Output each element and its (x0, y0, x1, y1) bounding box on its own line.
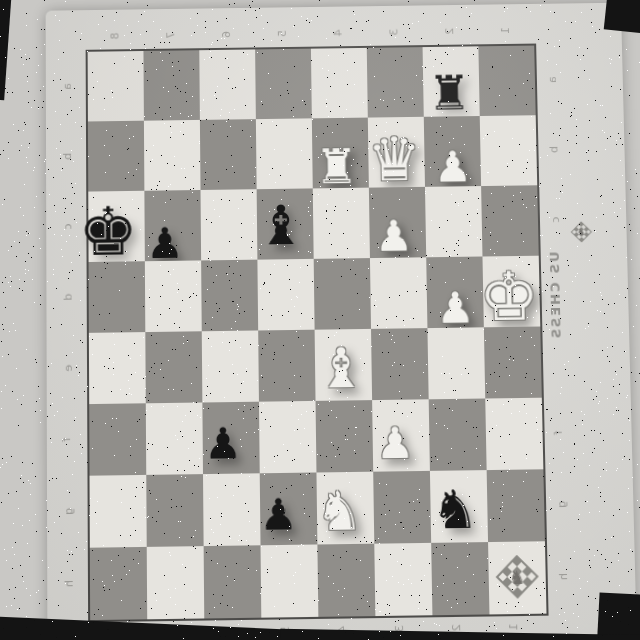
square-e6[interactable] (202, 330, 259, 402)
piece-black-pawn[interactable]: ♟ (194, 422, 251, 466)
square-a6[interactable] (199, 49, 256, 119)
square-c4[interactable] (313, 188, 370, 259)
file-label-right-g: g (555, 501, 568, 508)
square-c1[interactable] (481, 185, 539, 256)
square-g1[interactable] (487, 469, 545, 542)
file-label-left-c: c (61, 223, 74, 229)
photo-stage: ♜♜♛♟♚♟♝♟♟♚♝♟♟♟♞♞♞ 8765432187654321abcdef… (0, 0, 640, 640)
square-f6[interactable]: ♟ (202, 402, 259, 474)
square-e5[interactable] (258, 330, 315, 402)
piece-white-pawn[interactable]: ♟ (365, 215, 422, 258)
piece-black-pawn[interactable]: ♟ (250, 493, 307, 537)
piece-white-pawn[interactable]: ♟ (424, 146, 481, 189)
h1-corner-emblem-icon: ♞ (494, 554, 540, 600)
uschess-wordmark: US CHESS (547, 251, 564, 340)
square-b5[interactable] (256, 118, 313, 189)
piece-black-rook[interactable]: ♜ (421, 68, 478, 117)
piece-white-pawn[interactable]: ♟ (427, 287, 484, 330)
board-wrapper: ♜♜♛♟♚♟♝♟♟♚♝♟♟♟♞♞♞ 8765432187654321abcdef… (46, 1, 639, 640)
square-b4[interactable]: ♜ (312, 118, 369, 189)
square-e7[interactable] (145, 331, 202, 403)
coordinate-labels: 8765432187654321abcdefghabcfgh (46, 3, 621, 11)
rank-label-top-6: 6 (220, 31, 233, 38)
square-f8[interactable] (89, 403, 146, 475)
piece-black-pawn[interactable]: ♟ (137, 222, 194, 265)
square-e4[interactable]: ♝ (315, 329, 373, 401)
square-d7[interactable] (145, 260, 202, 332)
piece-white-knight[interactable]: ♞ (311, 484, 369, 538)
square-d6[interactable] (201, 260, 258, 332)
square-c7[interactable]: ♟ (144, 190, 201, 261)
square-h5[interactable] (261, 544, 319, 617)
square-d8[interactable] (89, 261, 146, 333)
rank-label-top-5: 5 (276, 30, 289, 37)
square-f4[interactable] (316, 400, 374, 472)
square-d4[interactable] (314, 258, 371, 330)
square-g7[interactable] (146, 474, 203, 547)
square-b6[interactable] (200, 119, 257, 190)
square-d1[interactable]: ♚ (482, 256, 540, 328)
square-e1[interactable] (484, 327, 542, 399)
square-b3[interactable]: ♛ (368, 117, 425, 188)
file-label-right-h: h (557, 573, 570, 580)
rank-label-top-2: 2 (443, 28, 456, 35)
file-label-left-a: a (61, 83, 74, 90)
square-d3[interactable] (370, 257, 427, 329)
square-a5[interactable] (255, 49, 312, 119)
piece-black-king[interactable]: ♚ (78, 199, 135, 266)
square-f5[interactable] (259, 401, 317, 473)
rank-label-bottom-1: 1 (507, 623, 520, 630)
square-e8[interactable] (89, 332, 146, 404)
file-label-left-b: b (61, 153, 74, 160)
square-c2[interactable] (425, 186, 482, 257)
square-b7[interactable] (144, 120, 201, 191)
square-e3[interactable] (371, 328, 429, 400)
file-label-left-f: f (60, 438, 73, 442)
rank-label-bottom-2: 2 (450, 624, 463, 631)
square-h8[interactable] (90, 547, 147, 620)
square-h4[interactable] (317, 544, 375, 617)
uschess-branding: ♞ US CHESS (546, 220, 619, 340)
square-h2[interactable] (431, 542, 489, 615)
square-a4[interactable] (311, 48, 368, 118)
chess-board: ♜♜♛♟♚♟♝♟♟♚♝♟♟♟♞♞♞ (88, 46, 547, 621)
rank-label-top-8: 8 (108, 32, 121, 39)
piece-black-knight[interactable]: ♞ (426, 482, 484, 536)
rank-label-top-1: 1 (499, 27, 512, 34)
square-e2[interactable] (427, 327, 485, 399)
square-g5[interactable]: ♟ (260, 472, 318, 545)
file-label-left-h: h (62, 580, 75, 587)
square-a1[interactable] (478, 46, 535, 116)
square-g3[interactable] (373, 471, 431, 544)
file-label-left-g: g (62, 508, 75, 515)
square-a2[interactable]: ♜ (423, 46, 480, 116)
rank-label-top-3: 3 (387, 29, 400, 36)
square-c5[interactable]: ♝ (257, 188, 314, 259)
file-label-right-f: f (552, 431, 565, 435)
square-b8[interactable] (88, 121, 144, 192)
square-g8[interactable] (90, 475, 147, 548)
piece-white-king[interactable]: ♚ (479, 264, 537, 332)
square-a7[interactable] (143, 50, 199, 120)
square-c6[interactable] (201, 189, 258, 260)
square-g2[interactable]: ♞ (430, 470, 488, 543)
piece-white-pawn[interactable]: ♟ (366, 422, 423, 466)
vinyl-mat: ♜♜♛♟♚♟♝♟♟♚♝♟♟♟♞♞♞ 8765432187654321abcdef… (46, 3, 637, 640)
file-label-left-d: d (62, 294, 75, 301)
square-b1[interactable] (480, 115, 537, 186)
uschess-emblem-icon: ♞ (570, 221, 593, 247)
square-f1[interactable] (485, 398, 543, 470)
piece-white-queen[interactable]: ♛ (366, 129, 423, 190)
rank-label-top-4: 4 (332, 29, 345, 36)
square-b2[interactable]: ♟ (424, 116, 481, 187)
square-f2[interactable] (429, 399, 487, 471)
photo-corner-bottom-right (596, 592, 640, 640)
square-g4[interactable]: ♞ (316, 472, 374, 545)
file-label-left-e: e (62, 365, 75, 372)
square-c3[interactable]: ♟ (369, 187, 426, 258)
rank-label-top-7: 7 (164, 32, 177, 39)
square-h7[interactable] (147, 546, 205, 619)
svg-text:♞: ♞ (577, 227, 585, 237)
file-label-right-b: b (547, 146, 560, 153)
square-h1[interactable]: ♞ (488, 541, 546, 614)
square-h6[interactable] (204, 545, 262, 618)
square-d2[interactable]: ♟ (426, 256, 484, 328)
square-h3[interactable] (374, 543, 432, 616)
square-d5[interactable] (257, 259, 314, 331)
svg-text:♞: ♞ (509, 566, 526, 588)
piece-black-bishop[interactable]: ♝ (253, 199, 310, 254)
square-a3[interactable] (367, 47, 424, 117)
photo-corner-top-left (0, 0, 12, 100)
photo-corner-top-right (604, 0, 640, 34)
piece-white-bishop[interactable]: ♝ (313, 341, 370, 397)
square-a8[interactable] (88, 51, 144, 121)
piece-white-rook[interactable]: ♜ (308, 142, 365, 191)
square-f3[interactable]: ♟ (372, 399, 430, 471)
file-label-right-a: a (546, 76, 559, 83)
